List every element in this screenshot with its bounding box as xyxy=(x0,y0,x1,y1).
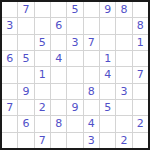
cell-r1c4[interactable] xyxy=(51,2,66,17)
sudoku-board: 75983685371654114798372956842732 xyxy=(0,0,150,150)
cell-r2c2[interactable] xyxy=(18,18,33,33)
cell-r5c5[interactable] xyxy=(67,67,82,82)
cell-r8c4[interactable]: 8 xyxy=(51,116,66,131)
cell-r7c7[interactable]: 5 xyxy=(100,100,115,115)
cell-r7c8[interactable] xyxy=(116,100,131,115)
cell-r2c8[interactable] xyxy=(116,18,131,33)
cell-r4c6[interactable] xyxy=(84,51,99,66)
cell-r8c7[interactable] xyxy=(100,116,115,131)
cell-r6c1[interactable] xyxy=(2,84,17,99)
cell-r5c8[interactable] xyxy=(116,67,131,82)
cell-r3c1[interactable] xyxy=(2,35,17,50)
cell-r4c7[interactable]: 1 xyxy=(100,51,115,66)
cell-r5c7[interactable]: 4 xyxy=(100,67,115,82)
cell-r1c3[interactable] xyxy=(35,2,50,17)
cell-r2c1[interactable]: 3 xyxy=(2,18,17,33)
cell-r1c7[interactable]: 9 xyxy=(100,2,115,17)
cell-r9c6[interactable]: 3 xyxy=(84,133,99,148)
cell-r8c8[interactable] xyxy=(116,116,131,131)
cell-r9c3[interactable]: 7 xyxy=(35,133,50,148)
cell-r9c7[interactable] xyxy=(100,133,115,148)
cell-r9c9[interactable] xyxy=(133,133,148,148)
cell-r5c2[interactable] xyxy=(18,67,33,82)
cell-r4c5[interactable] xyxy=(67,51,82,66)
cell-r9c2[interactable] xyxy=(18,133,33,148)
cell-r7c9[interactable] xyxy=(133,100,148,115)
cell-r9c4[interactable] xyxy=(51,133,66,148)
cell-r3c3[interactable]: 5 xyxy=(35,35,50,50)
cell-r7c1[interactable]: 7 xyxy=(2,100,17,115)
cell-r2c9[interactable]: 8 xyxy=(133,18,148,33)
cell-r6c2[interactable]: 9 xyxy=(18,84,33,99)
cell-r6c3[interactable] xyxy=(35,84,50,99)
cell-r2c5[interactable] xyxy=(67,18,82,33)
cell-r4c1[interactable]: 6 xyxy=(2,51,17,66)
cell-r7c4[interactable] xyxy=(51,100,66,115)
cell-r7c5[interactable]: 9 xyxy=(67,100,82,115)
cell-r6c5[interactable] xyxy=(67,84,82,99)
cell-r1c6[interactable] xyxy=(84,2,99,17)
cell-r6c6[interactable]: 8 xyxy=(84,84,99,99)
cell-r3c7[interactable] xyxy=(100,35,115,50)
cell-r2c3[interactable] xyxy=(35,18,50,33)
cell-r4c8[interactable] xyxy=(116,51,131,66)
cell-r1c1[interactable] xyxy=(2,2,17,17)
cell-r3c9[interactable]: 1 xyxy=(133,35,148,50)
cell-r4c4[interactable]: 4 xyxy=(51,51,66,66)
cell-r6c4[interactable] xyxy=(51,84,66,99)
cell-r5c6[interactable] xyxy=(84,67,99,82)
cell-r4c3[interactable] xyxy=(35,51,50,66)
cell-r6c8[interactable]: 3 xyxy=(116,84,131,99)
cell-r5c1[interactable] xyxy=(2,67,17,82)
cell-r5c9[interactable]: 7 xyxy=(133,67,148,82)
cell-r3c5[interactable]: 3 xyxy=(67,35,82,50)
cell-r7c6[interactable] xyxy=(84,100,99,115)
cell-r6c7[interactable] xyxy=(100,84,115,99)
cell-r9c8[interactable]: 2 xyxy=(116,133,131,148)
cell-r1c9[interactable] xyxy=(133,2,148,17)
cell-r4c2[interactable]: 5 xyxy=(18,51,33,66)
cell-r8c6[interactable]: 4 xyxy=(84,116,99,131)
cell-r2c4[interactable]: 6 xyxy=(51,18,66,33)
cell-r8c5[interactable] xyxy=(67,116,82,131)
cell-r1c2[interactable]: 7 xyxy=(18,2,33,17)
cell-r6c9[interactable] xyxy=(133,84,148,99)
cell-r8c1[interactable] xyxy=(2,116,17,131)
cell-r3c2[interactable] xyxy=(18,35,33,50)
cell-r9c1[interactable] xyxy=(2,133,17,148)
cell-r8c3[interactable] xyxy=(35,116,50,131)
cell-r2c7[interactable] xyxy=(100,18,115,33)
cell-r3c8[interactable] xyxy=(116,35,131,50)
cell-r7c2[interactable] xyxy=(18,100,33,115)
cell-r9c5[interactable] xyxy=(67,133,82,148)
cell-r5c3[interactable]: 1 xyxy=(35,67,50,82)
cell-r5c4[interactable] xyxy=(51,67,66,82)
cell-r4c9[interactable] xyxy=(133,51,148,66)
cell-r1c8[interactable]: 8 xyxy=(116,2,131,17)
cell-r7c3[interactable]: 2 xyxy=(35,100,50,115)
cell-r3c6[interactable]: 7 xyxy=(84,35,99,50)
cell-r3c4[interactable] xyxy=(51,35,66,50)
cell-r1c5[interactable]: 5 xyxy=(67,2,82,17)
cell-r2c6[interactable] xyxy=(84,18,99,33)
cell-r8c2[interactable]: 6 xyxy=(18,116,33,131)
cell-r8c9[interactable]: 2 xyxy=(133,116,148,131)
